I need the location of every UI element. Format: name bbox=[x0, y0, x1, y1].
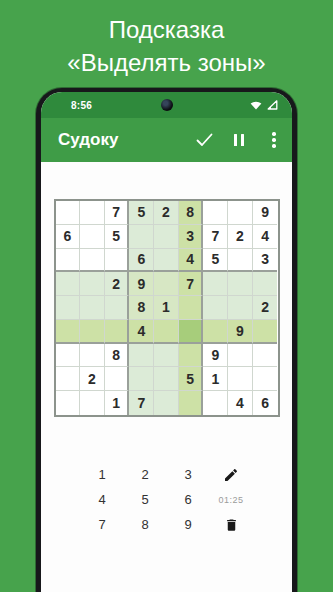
cell-r2c7[interactable]: 7 bbox=[203, 225, 228, 249]
cell-r3c7[interactable]: 5 bbox=[203, 249, 228, 273]
cell-r4c9[interactable] bbox=[253, 272, 278, 296]
cell-r6c8[interactable]: 9 bbox=[228, 320, 253, 344]
numpad-digit-4[interactable]: 4 bbox=[98, 492, 105, 507]
cell-r7c7[interactable]: 9 bbox=[203, 344, 228, 368]
cell-r4c8[interactable] bbox=[228, 272, 253, 296]
app-title: Судоку bbox=[58, 130, 118, 150]
cell-r6c5[interactable] bbox=[154, 320, 179, 344]
cell-r7c3[interactable]: 8 bbox=[105, 344, 130, 368]
overflow-menu-icon[interactable] bbox=[264, 130, 284, 150]
cell-r2c8[interactable]: 2 bbox=[228, 225, 253, 249]
cell-r6c7[interactable] bbox=[203, 320, 228, 344]
cell-r9c1[interactable] bbox=[56, 391, 81, 415]
cell-r5c8[interactable] bbox=[228, 296, 253, 320]
cell-r5c1[interactable] bbox=[56, 296, 81, 320]
numpad-digit-6[interactable]: 6 bbox=[184, 492, 191, 507]
numpad-digit-9[interactable]: 9 bbox=[184, 517, 191, 532]
cell-r8c8[interactable] bbox=[228, 367, 253, 391]
cell-signal-icon bbox=[267, 100, 278, 110]
cell-r4c7[interactable] bbox=[203, 272, 228, 296]
cell-r4c3[interactable]: 2 bbox=[105, 272, 130, 296]
cell-r5c9[interactable]: 2 bbox=[253, 296, 278, 320]
cell-r3c6[interactable]: 4 bbox=[179, 249, 204, 273]
cell-r7c1[interactable] bbox=[56, 344, 81, 368]
cell-r5c7[interactable] bbox=[203, 296, 228, 320]
cell-r6c3[interactable] bbox=[105, 320, 130, 344]
promo-page: Подсказка «Выделять зоны» 8:56 bbox=[0, 0, 333, 592]
cell-r8c4[interactable] bbox=[129, 367, 154, 391]
cell-r8c5[interactable] bbox=[154, 367, 179, 391]
cell-r3c4[interactable]: 6 bbox=[129, 249, 154, 273]
cell-r9c6[interactable] bbox=[179, 391, 204, 415]
cell-r2c3[interactable]: 5 bbox=[105, 225, 130, 249]
cell-r2c1[interactable]: 6 bbox=[56, 225, 81, 249]
cell-r2c2[interactable] bbox=[80, 225, 105, 249]
numpad-digit-5[interactable]: 5 bbox=[141, 492, 148, 507]
cell-r6c2[interactable] bbox=[80, 320, 105, 344]
wifi-icon bbox=[250, 100, 262, 110]
cell-r8c2[interactable]: 2 bbox=[80, 367, 105, 391]
cell-r4c1[interactable] bbox=[56, 272, 81, 296]
cell-r1c4[interactable]: 5 bbox=[129, 201, 154, 225]
cell-r9c5[interactable] bbox=[154, 391, 179, 415]
cell-r6c6[interactable] bbox=[179, 320, 204, 344]
cell-r5c4[interactable]: 8 bbox=[129, 296, 154, 320]
cell-r9c3[interactable]: 1 bbox=[105, 391, 130, 415]
cell-r7c4[interactable] bbox=[129, 344, 154, 368]
cell-r1c3[interactable]: 7 bbox=[105, 201, 130, 225]
cell-r4c4[interactable]: 9 bbox=[129, 272, 154, 296]
cell-r3c9[interactable]: 3 bbox=[253, 249, 278, 273]
cell-r5c5[interactable]: 1 bbox=[154, 296, 179, 320]
cell-r4c6[interactable]: 7 bbox=[179, 272, 204, 296]
cell-r7c5[interactable] bbox=[154, 344, 179, 368]
numpad-digit-2[interactable]: 2 bbox=[141, 467, 148, 482]
cell-r9c2[interactable] bbox=[80, 391, 105, 415]
cell-r2c6[interactable]: 3 bbox=[179, 225, 204, 249]
cell-r4c2[interactable] bbox=[80, 272, 105, 296]
cell-r7c6[interactable] bbox=[179, 344, 204, 368]
cell-r2c9[interactable]: 4 bbox=[253, 225, 278, 249]
cell-r3c3[interactable] bbox=[105, 249, 130, 273]
page-title-line2: «Выделять зоны» bbox=[0, 46, 333, 79]
cell-r8c7[interactable]: 1 bbox=[203, 367, 228, 391]
status-time: 8:56 bbox=[71, 100, 92, 111]
cell-r8c6[interactable]: 5 bbox=[179, 367, 204, 391]
pencil-icon[interactable] bbox=[223, 467, 239, 483]
app-bar: Судоку bbox=[41, 118, 292, 162]
cell-r1c1[interactable] bbox=[56, 201, 81, 225]
cell-r1c7[interactable] bbox=[203, 201, 228, 225]
cell-r6c1[interactable] bbox=[56, 320, 81, 344]
cell-r3c8[interactable] bbox=[228, 249, 253, 273]
status-bar: 8:56 bbox=[41, 92, 292, 118]
cell-r8c3[interactable] bbox=[105, 367, 130, 391]
cell-r6c4[interactable]: 4 bbox=[129, 320, 154, 344]
cell-r4c5[interactable] bbox=[154, 272, 179, 296]
cell-r5c3[interactable] bbox=[105, 296, 130, 320]
cell-r8c1[interactable] bbox=[56, 367, 81, 391]
sudoku-board: 75289653724645329781249892511746 bbox=[54, 199, 280, 417]
page-title-line1: Подсказка bbox=[0, 13, 333, 46]
cell-r1c5[interactable]: 2 bbox=[154, 201, 179, 225]
cell-r7c8[interactable] bbox=[228, 344, 253, 368]
cell-r9c8[interactable]: 4 bbox=[228, 391, 253, 415]
cell-r2c4[interactable] bbox=[129, 225, 154, 249]
cell-r8c9[interactable] bbox=[253, 367, 278, 391]
cell-r1c9[interactable]: 9 bbox=[253, 201, 278, 225]
camera-punch-hole bbox=[161, 99, 173, 111]
cell-r3c2[interactable] bbox=[80, 249, 105, 273]
cell-r5c2[interactable] bbox=[80, 296, 105, 320]
phone-mockup: 8:56 Судо bbox=[36, 88, 297, 592]
cell-r2c5[interactable] bbox=[154, 225, 179, 249]
status-icons bbox=[250, 100, 278, 110]
pause-icon[interactable] bbox=[229, 130, 249, 150]
trash-icon[interactable] bbox=[224, 517, 239, 533]
number-pad: 123 45601:25789 bbox=[81, 462, 253, 537]
cell-r5c6[interactable] bbox=[179, 296, 204, 320]
cell-r9c4[interactable]: 7 bbox=[129, 391, 154, 415]
check-icon[interactable] bbox=[194, 130, 214, 150]
cell-r9c7[interactable] bbox=[203, 391, 228, 415]
cell-r9c9[interactable]: 6 bbox=[253, 391, 278, 415]
cell-r3c5[interactable] bbox=[154, 249, 179, 273]
numpad-digit-8[interactable]: 8 bbox=[141, 517, 148, 532]
cell-r1c2[interactable] bbox=[80, 201, 105, 225]
cell-r6c9[interactable] bbox=[253, 320, 278, 344]
numpad-digit-3[interactable]: 3 bbox=[184, 467, 191, 482]
game-timer: 01:25 bbox=[218, 495, 243, 505]
numpad-digit-1[interactable]: 1 bbox=[98, 467, 105, 482]
numpad-digit-7[interactable]: 7 bbox=[98, 517, 105, 532]
phone-screen: 8:56 Судо bbox=[41, 92, 292, 592]
cell-r7c2[interactable] bbox=[80, 344, 105, 368]
cell-r1c6[interactable]: 8 bbox=[179, 201, 204, 225]
cell-r1c8[interactable] bbox=[228, 201, 253, 225]
cell-r7c9[interactable] bbox=[253, 344, 278, 368]
page-title: Подсказка «Выделять зоны» bbox=[0, 0, 333, 79]
cell-r3c1[interactable] bbox=[56, 249, 81, 273]
